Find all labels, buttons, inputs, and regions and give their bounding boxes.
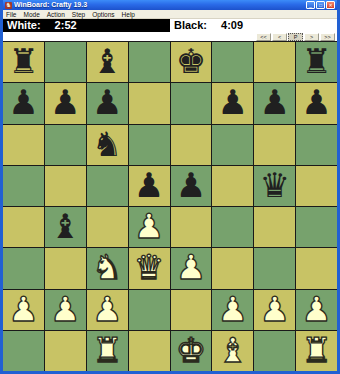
square-e8[interactable]: ♚ — [171, 42, 212, 82]
chess-board: ♜♝♚♜♟♟♟♟♟♟♞♟♟♛♝♟♞♛♟♟♟♟♟♟♟♜♚♝♜ — [3, 41, 337, 371]
black-bishop: ♝ — [92, 44, 122, 78]
square-f8[interactable] — [212, 42, 253, 82]
white-clock-time: 2:52 — [55, 19, 77, 32]
square-b5[interactable] — [45, 166, 86, 206]
black-knight: ♞ — [92, 127, 122, 161]
white-pawn: ♟ — [92, 292, 122, 326]
square-f2[interactable]: ♟ — [212, 290, 253, 330]
square-g1[interactable] — [254, 331, 295, 371]
menu-file[interactable]: File — [6, 10, 16, 19]
step-back-button[interactable]: < — [272, 33, 287, 41]
rewind-to-start-button[interactable]: << — [256, 33, 271, 41]
square-b4[interactable]: ♝ — [45, 207, 86, 247]
square-e4[interactable] — [171, 207, 212, 247]
square-g3[interactable] — [254, 248, 295, 288]
white-pawn: ♟ — [259, 292, 289, 326]
menu-help[interactable]: Help — [122, 10, 135, 19]
menu-bar: File Mode Action Step Options Help — [3, 10, 337, 19]
black-bishop: ♝ — [50, 209, 80, 243]
nav-button-row: << < P > >> — [3, 32, 337, 41]
square-b3[interactable] — [45, 248, 86, 288]
square-h4[interactable] — [296, 207, 337, 247]
forward-to-end-button[interactable]: >> — [320, 33, 335, 41]
square-a2[interactable]: ♟ — [3, 290, 44, 330]
square-h2[interactable]: ♟ — [296, 290, 337, 330]
square-g8[interactable] — [254, 42, 295, 82]
square-f6[interactable] — [212, 125, 253, 165]
black-rook: ♜ — [301, 44, 331, 78]
square-e2[interactable] — [171, 290, 212, 330]
square-a5[interactable] — [3, 166, 44, 206]
square-d2[interactable] — [129, 290, 170, 330]
black-pawn: ♟ — [8, 85, 38, 119]
winboard-window: ♞ WinBoard: Crafty 19.3 _ □ ✕ File Mode … — [0, 0, 340, 374]
square-g5[interactable]: ♛ — [254, 166, 295, 206]
white-king: ♚ — [176, 333, 206, 367]
square-c8[interactable]: ♝ — [87, 42, 128, 82]
black-rook: ♜ — [8, 44, 38, 78]
square-b1[interactable] — [45, 331, 86, 371]
square-f4[interactable] — [212, 207, 253, 247]
square-h8[interactable]: ♜ — [296, 42, 337, 82]
square-d8[interactable] — [129, 42, 170, 82]
white-bishop: ♝ — [218, 333, 248, 367]
close-button[interactable]: ✕ — [326, 1, 335, 9]
black-pawn: ♟ — [50, 85, 80, 119]
black-pawn: ♟ — [259, 85, 289, 119]
square-a1[interactable] — [3, 331, 44, 371]
square-e1[interactable]: ♚ — [171, 331, 212, 371]
black-pawn: ♟ — [92, 85, 122, 119]
step-forward-button[interactable]: > — [304, 33, 319, 41]
square-f7[interactable]: ♟ — [212, 83, 253, 123]
window-title: WinBoard: Crafty 19.3 — [14, 0, 304, 10]
square-a7[interactable]: ♟ — [3, 83, 44, 123]
square-c1[interactable]: ♜ — [87, 331, 128, 371]
menu-options[interactable]: Options — [92, 10, 114, 19]
square-c7[interactable]: ♟ — [87, 83, 128, 123]
square-b2[interactable]: ♟ — [45, 290, 86, 330]
square-d1[interactable] — [129, 331, 170, 371]
square-h7[interactable]: ♟ — [296, 83, 337, 123]
white-clock: White: 2:52 — [3, 19, 170, 32]
white-pawn: ♟ — [176, 250, 206, 284]
white-pawn: ♟ — [301, 292, 331, 326]
square-e3[interactable]: ♟ — [171, 248, 212, 288]
black-pawn: ♟ — [176, 168, 206, 202]
square-d6[interactable] — [129, 125, 170, 165]
minimize-button[interactable]: _ — [306, 1, 315, 9]
square-b7[interactable]: ♟ — [45, 83, 86, 123]
black-pawn: ♟ — [301, 85, 331, 119]
square-c3[interactable]: ♞ — [87, 248, 128, 288]
maximize-button[interactable]: □ — [316, 1, 325, 9]
square-e6[interactable] — [171, 125, 212, 165]
winboard-app-icon: ♞ — [5, 2, 12, 9]
square-d7[interactable] — [129, 83, 170, 123]
white-pawn: ♟ — [8, 292, 38, 326]
pause-button[interactable]: P — [288, 33, 303, 41]
square-e7[interactable] — [171, 83, 212, 123]
square-h1[interactable]: ♜ — [296, 331, 337, 371]
white-queen: ♛ — [134, 250, 164, 284]
white-clock-label: White: — [7, 19, 41, 32]
square-f5[interactable] — [212, 166, 253, 206]
white-pawn: ♟ — [218, 292, 248, 326]
black-pawn: ♟ — [218, 85, 248, 119]
square-c5[interactable] — [87, 166, 128, 206]
square-h3[interactable] — [296, 248, 337, 288]
black-pawn: ♟ — [134, 168, 164, 202]
square-f1[interactable]: ♝ — [212, 331, 253, 371]
black-clock-label: Black: — [174, 19, 207, 32]
square-b8[interactable] — [45, 42, 86, 82]
clock-row: White: 2:52 Black: 4:09 — [3, 19, 337, 32]
black-clock: Black: 4:09 — [170, 19, 337, 32]
square-h5[interactable] — [296, 166, 337, 206]
menu-action[interactable]: Action — [47, 10, 65, 19]
square-a8[interactable]: ♜ — [3, 42, 44, 82]
white-pawn: ♟ — [134, 209, 164, 243]
square-a6[interactable] — [3, 125, 44, 165]
square-c6[interactable]: ♞ — [87, 125, 128, 165]
square-a4[interactable] — [3, 207, 44, 247]
black-king: ♚ — [176, 44, 206, 78]
square-g7[interactable]: ♟ — [254, 83, 295, 123]
menu-step[interactable]: Step — [72, 10, 85, 19]
square-f3[interactable] — [212, 248, 253, 288]
white-knight: ♞ — [92, 250, 122, 284]
square-g4[interactable] — [254, 207, 295, 247]
black-queen: ♛ — [259, 168, 289, 202]
menu-mode[interactable]: Mode — [23, 10, 39, 19]
square-h6[interactable] — [296, 125, 337, 165]
square-e5[interactable]: ♟ — [171, 166, 212, 206]
square-c2[interactable]: ♟ — [87, 290, 128, 330]
square-d5[interactable]: ♟ — [129, 166, 170, 206]
square-g6[interactable] — [254, 125, 295, 165]
black-clock-time: 4:09 — [221, 19, 243, 32]
square-d4[interactable]: ♟ — [129, 207, 170, 247]
white-pawn: ♟ — [50, 292, 80, 326]
square-a3[interactable] — [3, 248, 44, 288]
white-rook: ♜ — [301, 333, 331, 367]
square-b6[interactable] — [45, 125, 86, 165]
square-g2[interactable]: ♟ — [254, 290, 295, 330]
title-bar[interactable]: ♞ WinBoard: Crafty 19.3 _ □ ✕ — [3, 0, 337, 10]
square-c4[interactable] — [87, 207, 128, 247]
square-d3[interactable]: ♛ — [129, 248, 170, 288]
white-rook: ♜ — [92, 333, 122, 367]
